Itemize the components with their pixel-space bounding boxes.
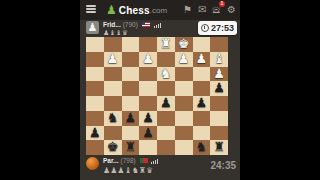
pennant-icon[interactable]: ⚑	[181, 3, 194, 16]
logo-text: Chess	[119, 5, 150, 16]
square-b7[interactable]	[193, 126, 211, 141]
us-flag-icon	[142, 22, 150, 27]
black-r-piece-a8[interactable]: ♜	[210, 139, 228, 154]
white-p-piece-c2[interactable]: ♟	[175, 51, 193, 66]
green-pawn-logo-icon: ♟	[106, 4, 117, 16]
white-p-piece-a3[interactable]: ♟	[210, 66, 228, 81]
player-name-top[interactable]: Frid...(790)	[103, 21, 162, 28]
white-p-piece-b2[interactable]: ♟	[193, 51, 211, 66]
square-a7[interactable]	[210, 126, 228, 141]
square-h4[interactable]	[86, 81, 104, 96]
square-c7[interactable]	[175, 126, 193, 141]
white-p-piece-e2[interactable]: ♟	[139, 51, 157, 66]
square-d1[interactable]: ♜	[157, 37, 175, 52]
square-e2[interactable]: ♟	[139, 52, 157, 67]
square-d6[interactable]	[157, 111, 175, 126]
black-p-piece-b5[interactable]: ♟	[193, 95, 211, 110]
square-d8[interactable]	[157, 140, 175, 155]
player-rating-bottom: (798)	[121, 157, 136, 164]
captured-pieces-bottom: ♟♟♟♝♞♜♛	[103, 166, 153, 175]
square-h7[interactable]: ♟	[86, 126, 104, 141]
player-bar-top: ♟ Frid...(790) ♟♝♝♛ 27:53	[80, 20, 240, 38]
square-g4[interactable]	[104, 81, 122, 96]
square-f6[interactable]: ♟	[122, 111, 140, 126]
black-p-piece-h7[interactable]: ♟	[86, 125, 104, 140]
black-k-piece-g8[interactable]: ♚	[104, 139, 122, 154]
square-b8[interactable]: ♞	[193, 140, 211, 155]
square-g2[interactable]: ♟	[104, 52, 122, 67]
square-f8[interactable]: ♜	[122, 140, 140, 155]
square-e8[interactable]	[139, 140, 157, 155]
black-n-piece-b8[interactable]: ♞	[193, 139, 211, 154]
square-d4[interactable]	[157, 81, 175, 96]
square-e1[interactable]	[139, 37, 157, 52]
square-c1[interactable]: ♚	[175, 37, 193, 52]
white-k-piece-c1[interactable]: ♚	[175, 36, 193, 51]
square-e7[interactable]: ♟	[139, 126, 157, 141]
black-n-piece-g6[interactable]: ♞	[104, 110, 122, 125]
square-e4[interactable]	[139, 81, 157, 96]
white-b-piece-a2[interactable]: ♝	[210, 51, 228, 66]
chess-board[interactable]: ♜♚♟♟♟♟♝♞♟♟♟♟♞♟♟♟♟♚♜♞♜	[86, 37, 228, 155]
black-p-piece-d5[interactable]: ♟	[157, 95, 175, 110]
square-h6[interactable]	[86, 111, 104, 126]
square-d2[interactable]	[157, 52, 175, 67]
square-d3[interactable]: ♞	[157, 67, 175, 82]
square-a2[interactable]: ♝	[210, 52, 228, 67]
captured-pieces-top: ♟♝♝♛	[103, 29, 128, 37]
square-a4[interactable]: ♟	[210, 81, 228, 96]
square-a8[interactable]: ♜	[210, 140, 228, 155]
black-p-piece-f6[interactable]: ♟	[122, 110, 140, 125]
clock-top-active: 27:53	[198, 21, 237, 35]
square-c2[interactable]: ♟	[175, 52, 193, 67]
square-c4[interactable]	[175, 81, 193, 96]
connection-signal-icon	[151, 159, 159, 164]
bell-icon[interactable]: 🛎︎​ 1	[210, 3, 223, 16]
square-e5[interactable]	[139, 96, 157, 111]
square-e6[interactable]: ♟	[139, 111, 157, 126]
avatar-bottom-orange-ball[interactable]	[86, 157, 99, 170]
square-g6[interactable]: ♞	[104, 111, 122, 126]
square-c8[interactable]	[175, 140, 193, 155]
square-g8[interactable]: ♚	[104, 140, 122, 155]
green-red-flag-icon	[140, 158, 148, 163]
black-p-piece-a4[interactable]: ♟	[210, 80, 228, 95]
square-a5[interactable]	[210, 96, 228, 111]
square-f5[interactable]	[122, 96, 140, 111]
square-f1[interactable]	[122, 37, 140, 52]
black-p-piece-e6[interactable]: ♟	[139, 110, 157, 125]
chesscom-logo[interactable]: ♟ Chess .com	[106, 2, 167, 18]
avatar-top-white-pawn[interactable]: ♟	[86, 21, 99, 34]
square-a1[interactable]	[210, 37, 228, 52]
square-h5[interactable]	[86, 96, 104, 111]
square-b4[interactable]	[193, 81, 211, 96]
black-r-piece-f8[interactable]: ♜	[122, 139, 140, 154]
square-h8[interactable]	[86, 140, 104, 155]
square-b5[interactable]: ♟	[193, 96, 211, 111]
connection-signal-icon	[154, 23, 162, 28]
player-bar-bottom: Par...(798) ♟♟♟♝♞♜♛ 24:35	[80, 155, 240, 180]
screenshot-stage: ♟ Chess .com ⚑ ✉ 🛎︎​ 1 ⚙ ♟ Frid...(790) …	[0, 0, 320, 180]
square-g3[interactable]	[104, 67, 122, 82]
square-g1[interactable]	[104, 37, 122, 52]
logo-suffix: .com	[150, 6, 167, 15]
square-b3[interactable]	[193, 67, 211, 82]
square-a3[interactable]: ♟	[210, 67, 228, 82]
chess-app-window: ♟ Chess .com ⚑ ✉ 🛎︎​ 1 ⚙ ♟ Frid...(790) …	[80, 0, 240, 180]
square-a6[interactable]	[210, 111, 228, 126]
player-rating-top: (790)	[123, 21, 138, 28]
square-h1[interactable]	[86, 37, 104, 52]
square-c3[interactable]	[175, 67, 193, 82]
square-b6[interactable]	[193, 111, 211, 126]
square-c5[interactable]	[175, 96, 193, 111]
square-c6[interactable]	[175, 111, 193, 126]
square-h2[interactable]	[86, 52, 104, 67]
player-name-bottom[interactable]: Par...(798)	[103, 157, 159, 164]
clock-time-bottom: 24:35	[210, 160, 236, 171]
clock-icon	[201, 24, 209, 32]
square-b2[interactable]: ♟	[193, 52, 211, 67]
square-f3[interactable]	[122, 67, 140, 82]
menu-icon[interactable]	[86, 5, 96, 14]
square-f4[interactable]	[122, 81, 140, 96]
clock-time-top: 27:53	[211, 23, 234, 33]
square-d5[interactable]: ♟	[157, 96, 175, 111]
app-header: ♟ Chess .com ⚑ ✉ 🛎︎​ 1 ⚙	[80, 0, 240, 20]
square-h3[interactable]	[86, 67, 104, 82]
black-p-piece-e7[interactable]: ♟	[139, 125, 157, 140]
mail-icon[interactable]: ✉	[196, 3, 209, 16]
gear-icon[interactable]: ⚙	[225, 3, 238, 16]
white-n-piece-d3[interactable]: ♞	[157, 66, 175, 81]
square-e3[interactable]	[139, 67, 157, 82]
white-r-piece-d1[interactable]: ♜	[157, 36, 175, 51]
square-d7[interactable]	[157, 126, 175, 141]
square-g7[interactable]	[104, 126, 122, 141]
square-f2[interactable]	[122, 52, 140, 67]
square-f7[interactable]	[122, 126, 140, 141]
square-b1[interactable]	[193, 37, 211, 52]
square-g5[interactable]	[104, 96, 122, 111]
white-p-piece-g2[interactable]: ♟	[104, 51, 122, 66]
